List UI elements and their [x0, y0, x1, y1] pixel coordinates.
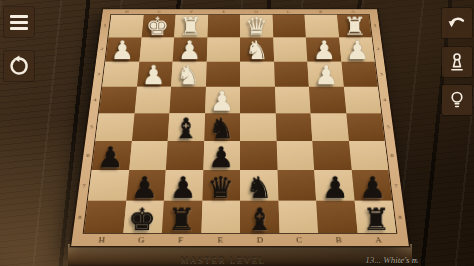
- square-e4[interactable]: ♟: [205, 87, 240, 113]
- coordinate-label: C: [279, 234, 319, 246]
- piece-black-pawn[interactable]: ♟: [131, 173, 158, 203]
- square-e6[interactable]: ♟: [203, 141, 240, 170]
- square-c1[interactable]: [272, 15, 306, 38]
- piece-black-pawn[interactable]: ♟: [208, 143, 234, 172]
- square-h3[interactable]: [102, 62, 139, 87]
- piece-white-king[interactable]: ♚: [146, 14, 169, 39]
- square-a6[interactable]: [348, 141, 388, 170]
- square-g4[interactable]: [134, 87, 171, 113]
- square-h4[interactable]: [99, 87, 137, 113]
- player-side-button[interactable]: [442, 47, 472, 77]
- piece-black-pawn[interactable]: ♟: [97, 143, 123, 172]
- board-grid: ♚♜♛♜♟♟♞♟♟♟♞♟♟♝♞♟♟♟♟♛♞♟♟♚♜♝♜: [83, 14, 398, 234]
- piece-white-knight[interactable]: ♞: [245, 37, 269, 63]
- piece-black-bishop[interactable]: ♝: [246, 204, 274, 235]
- light-bulb-icon: [446, 89, 468, 111]
- square-c4[interactable]: [274, 87, 310, 113]
- hamburger-icon: [10, 15, 28, 30]
- square-c7[interactable]: [277, 170, 316, 201]
- square-f4[interactable]: [169, 87, 205, 113]
- coordinate-label: H: [81, 234, 122, 246]
- square-e3[interactable]: [206, 62, 240, 87]
- piece-black-knight[interactable]: ♞: [209, 115, 234, 143]
- square-g6[interactable]: [129, 141, 168, 170]
- square-h7[interactable]: [88, 170, 129, 201]
- square-d8[interactable]: ♝: [240, 201, 279, 233]
- square-g8[interactable]: ♚: [123, 201, 164, 233]
- square-d2[interactable]: ♞: [240, 38, 274, 62]
- piece-white-knight[interactable]: ♞: [176, 62, 200, 89]
- piece-black-rook[interactable]: ♜: [363, 204, 391, 235]
- square-b6[interactable]: [312, 141, 351, 170]
- square-c8[interactable]: [278, 201, 318, 233]
- undo-button[interactable]: [442, 8, 472, 38]
- square-g7[interactable]: ♟: [126, 170, 166, 201]
- square-b5[interactable]: [311, 113, 349, 141]
- square-f7[interactable]: ♟: [164, 170, 203, 201]
- square-e7[interactable]: ♛: [202, 170, 240, 201]
- square-a5[interactable]: [346, 113, 385, 141]
- square-c3[interactable]: [274, 62, 309, 87]
- piece-white-pawn[interactable]: ♟: [210, 88, 235, 115]
- piece-black-knight[interactable]: ♞: [246, 173, 273, 203]
- restart-button[interactable]: [4, 51, 34, 81]
- piece-white-pawn[interactable]: ♟: [346, 37, 370, 63]
- square-e2[interactable]: [206, 38, 240, 62]
- board-side-edge: MASTER LEVEL 13... White's move: [68, 244, 412, 266]
- square-d3[interactable]: [240, 62, 274, 87]
- square-f6[interactable]: [166, 141, 204, 170]
- square-h8[interactable]: [84, 201, 126, 233]
- coordinate-label: D: [240, 234, 280, 246]
- square-g1[interactable]: ♚: [141, 15, 175, 38]
- square-e5[interactable]: ♞: [204, 113, 240, 141]
- restart-rotate-icon: [8, 55, 30, 77]
- file-labels-bottom: HGFEDCBA: [81, 234, 399, 246]
- square-a4[interactable]: [343, 87, 381, 113]
- coordinate-label: F: [161, 234, 201, 246]
- undo-arrow-icon: [446, 12, 468, 34]
- coordinate-label: E: [200, 234, 240, 246]
- piece-white-pawn[interactable]: ♟: [314, 62, 338, 89]
- piece-white-pawn[interactable]: ♟: [110, 37, 134, 63]
- square-b2[interactable]: ♟: [306, 38, 341, 62]
- piece-black-rook[interactable]: ♜: [168, 204, 196, 235]
- square-a8[interactable]: ♜: [354, 201, 396, 233]
- square-d5[interactable]: [240, 113, 276, 141]
- piece-black-pawn[interactable]: ♟: [360, 173, 387, 203]
- square-c6[interactable]: [276, 141, 314, 170]
- square-b3[interactable]: ♟: [307, 62, 343, 87]
- square-c5[interactable]: [275, 113, 312, 141]
- square-f2[interactable]: ♟: [173, 38, 207, 62]
- square-g3[interactable]: ♟: [137, 62, 173, 87]
- chess-board[interactable]: 12345678 12345678 HGFEDCBA HGFEDCBA ♚♜♛♜…: [70, 9, 410, 247]
- piece-black-king[interactable]: ♚: [129, 204, 157, 235]
- piece-black-bishop[interactable]: ♝: [173, 115, 199, 143]
- square-e1[interactable]: [207, 15, 240, 38]
- square-f3[interactable]: ♞: [171, 62, 206, 87]
- square-e8[interactable]: [201, 201, 240, 233]
- pawn-icon: [446, 51, 468, 73]
- square-b7[interactable]: ♟: [314, 170, 354, 201]
- square-g2[interactable]: [139, 38, 174, 62]
- menu-button[interactable]: [4, 7, 34, 37]
- piece-black-pawn[interactable]: ♟: [322, 173, 349, 203]
- square-f5[interactable]: ♝: [168, 113, 205, 141]
- hint-button[interactable]: [442, 85, 472, 115]
- square-a2[interactable]: ♟: [339, 38, 375, 62]
- square-b8[interactable]: [316, 201, 357, 233]
- piece-white-pawn[interactable]: ♟: [142, 62, 166, 89]
- square-d6[interactable]: [240, 141, 277, 170]
- square-b4[interactable]: [309, 87, 346, 113]
- square-a3[interactable]: [341, 62, 378, 87]
- square-h5[interactable]: [95, 113, 134, 141]
- square-f8[interactable]: ♜: [162, 201, 202, 233]
- piece-black-pawn[interactable]: ♟: [169, 173, 196, 203]
- square-g5[interactable]: [132, 113, 170, 141]
- square-c2[interactable]: [273, 38, 307, 62]
- coordinate-label: A: [358, 234, 399, 246]
- square-d7[interactable]: ♞: [240, 170, 278, 201]
- square-h2[interactable]: ♟: [105, 38, 141, 62]
- level-label: MASTER LEVEL: [123, 255, 323, 265]
- square-a7[interactable]: ♟: [351, 170, 392, 201]
- piece-black-queen[interactable]: ♛: [208, 173, 235, 203]
- coordinate-label: G: [121, 234, 162, 246]
- square-d4[interactable]: [240, 87, 275, 113]
- coordinate-label: B: [319, 234, 360, 246]
- square-h6[interactable]: ♟: [92, 141, 132, 170]
